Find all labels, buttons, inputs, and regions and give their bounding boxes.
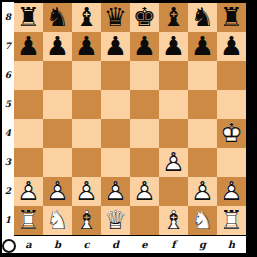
square-a1[interactable]: ♜♖ — [14, 206, 43, 235]
square-d2[interactable]: ♟♙ — [101, 177, 130, 206]
black-pawn-piece: ♟ — [101, 32, 130, 61]
square-b6[interactable] — [43, 61, 72, 90]
square-b3[interactable] — [43, 148, 72, 177]
file-label-b: b — [43, 238, 72, 252]
square-g8[interactable]: ♞ — [188, 3, 217, 32]
square-f2[interactable] — [159, 177, 188, 206]
white-queen-piece: ♛♕ — [101, 206, 130, 235]
white-pawn-piece: ♟♙ — [217, 177, 246, 206]
file-label-e: e — [130, 238, 159, 252]
square-g2[interactable]: ♟♙ — [188, 177, 217, 206]
square-g6[interactable] — [188, 61, 217, 90]
rank-labels-margin: 87654321 — [2, 2, 14, 253]
black-bishop-piece: ♝ — [72, 3, 101, 32]
black-rook-piece: ♜ — [14, 3, 43, 32]
square-h6[interactable] — [217, 61, 246, 90]
square-d4[interactable] — [101, 119, 130, 148]
square-a7[interactable]: ♟ — [14, 32, 43, 61]
black-pawn-piece: ♟ — [14, 32, 43, 61]
white-bishop-piece: ♝♗ — [72, 206, 101, 235]
square-f6[interactable] — [159, 61, 188, 90]
square-a3[interactable] — [14, 148, 43, 177]
square-e1[interactable] — [130, 206, 159, 235]
rank-label-6: 6 — [2, 61, 14, 90]
square-b4[interactable] — [43, 119, 72, 148]
board: ♜♞♝♛♚♝♞♜♟♟♟♟♟♟♟♟♚♔♟♙♟♙♟♙♟♙♟♙♟♙♟♙♟♙♜♖♞♘♝♗… — [14, 3, 246, 235]
file-label-c: c — [72, 238, 101, 252]
white-bishop-piece: ♝♗ — [159, 206, 188, 235]
square-f5[interactable] — [159, 90, 188, 119]
white-pawn-piece: ♟♙ — [159, 148, 188, 177]
square-d7[interactable]: ♟ — [101, 32, 130, 61]
black-pawn-piece: ♟ — [72, 32, 101, 61]
square-e5[interactable] — [130, 90, 159, 119]
square-d6[interactable] — [101, 61, 130, 90]
square-h4[interactable]: ♚♔ — [217, 119, 246, 148]
square-f1[interactable]: ♝♗ — [159, 206, 188, 235]
square-e2[interactable]: ♟♙ — [130, 177, 159, 206]
square-e3[interactable] — [130, 148, 159, 177]
square-g1[interactable]: ♞♘ — [188, 206, 217, 235]
square-a4[interactable] — [14, 119, 43, 148]
square-b1[interactable]: ♞♘ — [43, 206, 72, 235]
black-rook-piece: ♜ — [217, 3, 246, 32]
square-f3[interactable]: ♟♙ — [159, 148, 188, 177]
square-d3[interactable] — [101, 148, 130, 177]
rank-label-5: 5 — [2, 90, 14, 119]
black-king-piece: ♚ — [130, 3, 159, 32]
square-h3[interactable] — [217, 148, 246, 177]
file-label-d: d — [101, 238, 130, 252]
square-e7[interactable]: ♟ — [130, 32, 159, 61]
square-f7[interactable]: ♟ — [159, 32, 188, 61]
square-d8[interactable]: ♛ — [101, 3, 130, 32]
square-c4[interactable] — [72, 119, 101, 148]
square-b2[interactable]: ♟♙ — [43, 177, 72, 206]
black-knight-piece: ♞ — [188, 3, 217, 32]
square-h8[interactable]: ♜ — [217, 3, 246, 32]
black-pawn-piece: ♟ — [130, 32, 159, 61]
square-a6[interactable] — [14, 61, 43, 90]
square-c3[interactable] — [72, 148, 101, 177]
black-knight-piece: ♞ — [43, 3, 72, 32]
square-c7[interactable]: ♟ — [72, 32, 101, 61]
square-e6[interactable] — [130, 61, 159, 90]
file-label-a: a — [14, 238, 43, 252]
square-g7[interactable]: ♟ — [188, 32, 217, 61]
square-e4[interactable] — [130, 119, 159, 148]
black-pawn-piece: ♟ — [188, 32, 217, 61]
square-c8[interactable]: ♝ — [72, 3, 101, 32]
square-a2[interactable]: ♟♙ — [14, 177, 43, 206]
square-e8[interactable]: ♚ — [130, 3, 159, 32]
chess-diagram: 87654321 ♜♞♝♛♚♝♞♜♟♟♟♟♟♟♟♟♚♔♟♙♟♙♟♙♟♙♟♙♟♙♟… — [0, 0, 257, 257]
white-rook-piece: ♜♖ — [217, 206, 246, 235]
square-g3[interactable] — [188, 148, 217, 177]
square-b7[interactable]: ♟ — [43, 32, 72, 61]
rank-label-1: 1 — [2, 206, 14, 235]
square-h5[interactable] — [217, 90, 246, 119]
square-h2[interactable]: ♟♙ — [217, 177, 246, 206]
rank-label-2: 2 — [2, 177, 14, 206]
square-f4[interactable] — [159, 119, 188, 148]
white-king-piece: ♚♔ — [217, 119, 246, 148]
square-c6[interactable] — [72, 61, 101, 90]
square-g5[interactable] — [188, 90, 217, 119]
white-pawn-piece: ♟♙ — [14, 177, 43, 206]
rank-label-8: 8 — [2, 3, 14, 32]
rank-label-3: 3 — [2, 148, 14, 177]
square-f8[interactable]: ♝ — [159, 3, 188, 32]
black-pawn-piece: ♟ — [43, 32, 72, 61]
white-pawn-piece: ♟♙ — [188, 177, 217, 206]
file-labels: abcdefgh — [14, 238, 246, 252]
square-d5[interactable] — [101, 90, 130, 119]
rank-label-7: 7 — [2, 32, 14, 61]
black-bishop-piece: ♝ — [159, 3, 188, 32]
square-h1[interactable]: ♜♖ — [217, 206, 246, 235]
square-c2[interactable]: ♟♙ — [72, 177, 101, 206]
square-a8[interactable]: ♜ — [14, 3, 43, 32]
square-b8[interactable]: ♞ — [43, 3, 72, 32]
white-knight-piece: ♞♘ — [188, 206, 217, 235]
square-c1[interactable]: ♝♗ — [72, 206, 101, 235]
white-pawn-piece: ♟♙ — [43, 177, 72, 206]
square-b5[interactable] — [43, 90, 72, 119]
white-pawn-piece: ♟♙ — [72, 177, 101, 206]
square-c5[interactable] — [72, 90, 101, 119]
black-pawn-piece: ♟ — [217, 32, 246, 61]
white-knight-piece: ♞♘ — [43, 206, 72, 235]
file-label-f: f — [159, 238, 188, 252]
square-d1[interactable]: ♛♕ — [101, 206, 130, 235]
white-pawn-piece: ♟♙ — [101, 177, 130, 206]
white-rook-piece: ♜♖ — [14, 206, 43, 235]
square-g4[interactable] — [188, 119, 217, 148]
file-label-g: g — [188, 238, 217, 252]
file-label-h: h — [217, 238, 246, 252]
square-h7[interactable]: ♟ — [217, 32, 246, 61]
white-pawn-piece: ♟♙ — [130, 177, 159, 206]
black-queen-piece: ♛ — [101, 3, 130, 32]
square-a5[interactable] — [14, 90, 43, 119]
black-pawn-piece: ♟ — [159, 32, 188, 61]
rank-label-4: 4 — [2, 119, 14, 148]
